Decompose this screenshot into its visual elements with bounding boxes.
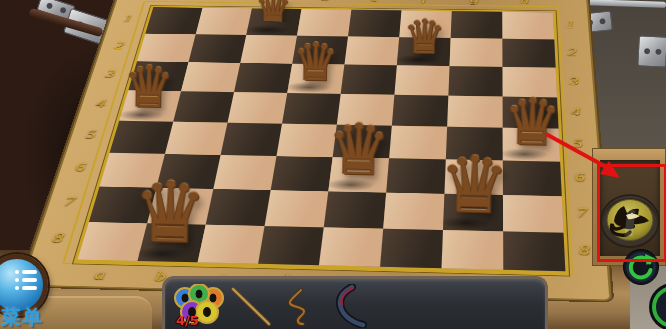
coord-label: 1 [110, 5, 145, 32]
square-d7[interactable] [265, 190, 329, 227]
square-f7[interactable] [383, 193, 444, 230]
queen-a4[interactable]: ♛ [122, 58, 174, 116]
hamburger-list-icon [15, 270, 37, 290]
item-bent-wire[interactable] [280, 287, 320, 327]
square-f6[interactable] [386, 158, 446, 193]
tutorial-arrow-icon [538, 126, 630, 188]
square-f3[interactable] [394, 65, 449, 95]
bracket-plate-icon [637, 35, 666, 67]
square-g1[interactable] [451, 11, 503, 39]
square-d6[interactable] [271, 156, 333, 191]
coord-label: 8 [36, 219, 80, 257]
square-a1[interactable] [145, 7, 202, 34]
coord-label: 3 [558, 66, 589, 96]
coord-label: 1 [556, 11, 586, 38]
square-c8[interactable] [198, 225, 265, 264]
coord-label: 2 [557, 38, 587, 67]
coord-label: e [349, 0, 400, 5]
square-c6[interactable] [213, 155, 276, 190]
queen-f2[interactable]: ♛ [403, 14, 446, 61]
coord-label: f [399, 0, 450, 6]
square-f5[interactable] [389, 126, 447, 160]
coord-label: d [300, 0, 351, 5]
chess-board: abcdefgh abcdefgh 12345678 12345678 ♛♛♛♛… [22, 0, 609, 300]
square-c2[interactable] [240, 35, 297, 64]
coord-label: a [67, 264, 133, 286]
square-b4[interactable] [173, 91, 234, 123]
coord-label: a [152, 0, 204, 3]
board-grid: ♛♛♛♛♛♛♛♛ [73, 6, 569, 276]
queen-b8[interactable]: ♛ [132, 170, 208, 255]
square-f4[interactable] [392, 95, 449, 127]
square-h8[interactable] [503, 231, 565, 271]
square-c3[interactable] [234, 63, 292, 93]
coord-label: 4 [560, 96, 592, 128]
square-e8[interactable] [319, 227, 383, 266]
square-h1[interactable] [502, 12, 554, 40]
square-f8[interactable] [380, 229, 443, 269]
square-g3[interactable] [448, 66, 502, 96]
square-b3[interactable] [181, 62, 240, 92]
coord-label: h [499, 0, 550, 7]
square-c4[interactable] [227, 92, 287, 124]
coord-label: 5 [71, 118, 111, 150]
menu-button-label[interactable]: 菜单 [1, 304, 73, 329]
collectible-counter: 4/5 [176, 313, 199, 328]
square-c5[interactable] [221, 123, 282, 156]
coord-label: 6 [60, 150, 101, 184]
game-scene: abcdefgh abcdefgh 12345678 12345678 ♛♛♛♛… [0, 0, 666, 329]
coord-label: g [449, 0, 499, 6]
square-d3[interactable]: ♛ [287, 64, 344, 94]
queen-d3[interactable]: ♛ [292, 36, 339, 89]
square-h7[interactable] [503, 195, 564, 233]
queen-g7[interactable]: ♛ [438, 146, 509, 225]
item-straw-stick[interactable] [228, 286, 274, 328]
square-f2[interactable]: ♛ [397, 37, 451, 66]
square-b8[interactable]: ♛ [137, 223, 205, 262]
square-b2[interactable] [189, 34, 247, 63]
square-h2[interactable] [502, 39, 555, 68]
queen-e6[interactable]: ♛ [326, 115, 390, 187]
square-e6[interactable]: ♛ [328, 157, 389, 192]
square-g7[interactable]: ♛ [443, 194, 503, 232]
square-b5[interactable] [165, 122, 228, 155]
square-e3[interactable] [341, 65, 397, 95]
coord-label: 7 [48, 184, 90, 220]
square-g2[interactable] [450, 38, 503, 67]
queen-c1[interactable]: ♛ [254, 0, 291, 31]
coord-label: b [201, 0, 253, 3]
square-e2[interactable] [344, 37, 399, 66]
item-boomerang-blade[interactable] [330, 284, 372, 328]
square-d8[interactable] [258, 226, 324, 265]
square-e7[interactable] [324, 191, 386, 228]
square-e1[interactable] [348, 10, 401, 37]
square-a5[interactable] [110, 121, 174, 154]
square-g4[interactable] [447, 96, 503, 128]
square-a4[interactable]: ♛ [119, 90, 181, 121]
square-g8[interactable] [441, 230, 503, 270]
square-c7[interactable] [206, 189, 271, 226]
coord-label: 4 [82, 88, 121, 119]
